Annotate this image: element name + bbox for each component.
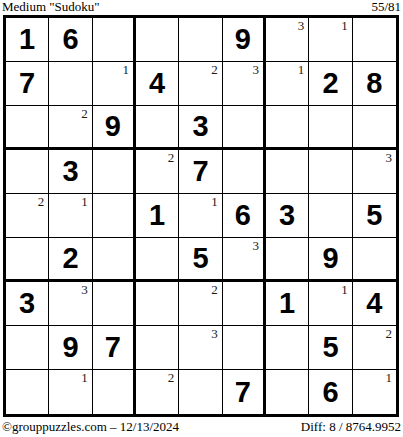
- cell-r8c8: 5: [309, 326, 352, 370]
- cell-r6c2: 2: [49, 238, 92, 282]
- copyright-text: ©grouppuzzles.com – 12/13/2024: [2, 420, 179, 434]
- cell-r4c5: 7: [179, 150, 222, 194]
- sudoku-board: 1693171423128293327321116352539332114973…: [3, 15, 399, 417]
- given-digit: 2: [322, 69, 338, 98]
- cell-r3c8: [309, 106, 352, 150]
- cell-r8c2: 9: [49, 326, 92, 370]
- given-digit: 3: [192, 112, 208, 141]
- cell-r1c9: [353, 18, 396, 62]
- cell-r4c1: [6, 150, 49, 194]
- given-digit: 5: [192, 244, 208, 273]
- cell-r8c9: 2: [353, 326, 396, 370]
- footer: ©grouppuzzles.com – 12/13/2024 Diff: 8 /…: [0, 417, 403, 434]
- corner-mark: 3: [252, 63, 259, 76]
- cell-r1c4: [136, 18, 179, 62]
- given-digit: 7: [192, 157, 208, 186]
- cell-r1c5: [179, 18, 222, 62]
- corner-mark: 3: [211, 327, 218, 340]
- given-digit: 9: [322, 244, 338, 273]
- cell-r2c6: 3: [223, 62, 266, 106]
- corner-mark: 2: [38, 195, 45, 208]
- cell-r4c4: 2: [136, 150, 179, 194]
- given-digit: 9: [105, 112, 121, 141]
- cell-r3c4: [136, 106, 179, 150]
- cell-r3c3: 9: [93, 106, 136, 150]
- cell-r4c2: 3: [49, 150, 92, 194]
- cell-r2c4: 4: [136, 62, 179, 106]
- cell-r9c3: [93, 370, 136, 414]
- cell-r2c8: 2: [309, 62, 352, 106]
- cell-r1c8: 1: [309, 18, 352, 62]
- corner-mark: 2: [211, 283, 218, 296]
- cell-r7c7: 1: [266, 282, 309, 326]
- cell-r4c8: [309, 150, 352, 194]
- cell-r8c1: [6, 326, 49, 370]
- cell-r4c9: 3: [353, 150, 396, 194]
- corner-mark: 2: [168, 151, 175, 164]
- header: Medium "Sudoku" 55/81: [0, 0, 403, 15]
- cell-r6c1: [6, 238, 49, 282]
- cell-r8c6: [223, 326, 266, 370]
- cell-r3c6: [223, 106, 266, 150]
- cell-r5c2: 1: [49, 194, 92, 238]
- cell-r9c9: 1: [353, 370, 396, 414]
- cell-r1c7: 3: [266, 18, 309, 62]
- cell-r6c6: 3: [223, 238, 266, 282]
- cell-r9c5: [179, 370, 222, 414]
- given-digit: 3: [279, 201, 295, 230]
- cell-r9c1: [6, 370, 49, 414]
- corner-mark: 2: [168, 371, 175, 384]
- difficulty-text: Diff: 8 / 8764.9952: [301, 420, 401, 434]
- cell-r1c6: 9: [223, 18, 266, 62]
- empty-cell-counter: 55/81: [371, 0, 401, 14]
- given-digit: 6: [62, 25, 78, 54]
- cell-r8c4: [136, 326, 179, 370]
- given-digit: 4: [149, 69, 165, 98]
- cell-r2c2: [49, 62, 92, 106]
- puzzle-title: Medium "Sudoku": [2, 0, 100, 14]
- cell-r9c7: [266, 370, 309, 414]
- given-digit: 2: [62, 244, 78, 273]
- corner-mark: 1: [341, 19, 348, 32]
- cell-r6c5: 5: [179, 238, 222, 282]
- cell-r5c6: 6: [223, 194, 266, 238]
- given-digit: 7: [105, 333, 121, 362]
- cell-r7c2: 3: [49, 282, 92, 326]
- corner-mark: 1: [122, 63, 129, 76]
- cell-r3c1: [6, 106, 49, 150]
- cell-r2c3: 1: [93, 62, 136, 106]
- cell-r3c9: [353, 106, 396, 150]
- cell-r8c5: 3: [179, 326, 222, 370]
- cell-r3c5: 3: [179, 106, 222, 150]
- cell-r7c8: 1: [309, 282, 352, 326]
- corner-mark: 2: [211, 63, 218, 76]
- given-digit: 1: [279, 289, 295, 318]
- cell-r7c4: [136, 282, 179, 326]
- corner-mark: 2: [385, 327, 392, 340]
- cell-r6c8: 9: [309, 238, 352, 282]
- cell-r3c2: 2: [49, 106, 92, 150]
- given-digit: 6: [235, 201, 251, 230]
- corner-mark: 3: [385, 151, 392, 164]
- corner-mark: 1: [81, 195, 88, 208]
- corner-mark: 3: [81, 283, 88, 296]
- given-digit: 5: [366, 201, 382, 230]
- corner-mark: 1: [298, 63, 305, 76]
- cell-r1c2: 6: [49, 18, 92, 62]
- given-digit: 9: [62, 333, 78, 362]
- given-digit: 3: [19, 289, 35, 318]
- cell-r9c8: 6: [309, 370, 352, 414]
- corner-mark: 3: [252, 239, 259, 252]
- cell-r9c4: 2: [136, 370, 179, 414]
- cell-r9c2: 1: [49, 370, 92, 414]
- corner-mark: 1: [341, 283, 348, 296]
- cell-r6c4: [136, 238, 179, 282]
- cell-r2c1: 7: [6, 62, 49, 106]
- given-digit: 5: [322, 333, 338, 362]
- corner-mark: 1: [385, 371, 392, 384]
- cell-r6c3: [93, 238, 136, 282]
- cell-r4c6: [223, 150, 266, 194]
- cell-r7c1: 3: [6, 282, 49, 326]
- cell-r3c7: [266, 106, 309, 150]
- cell-r5c3: [93, 194, 136, 238]
- cell-r2c9: 8: [353, 62, 396, 106]
- given-digit: 7: [19, 69, 35, 98]
- cell-r9c6: 7: [223, 370, 266, 414]
- given-digit: 7: [235, 378, 251, 407]
- corner-mark: 2: [81, 107, 88, 120]
- corner-mark: 1: [81, 371, 88, 384]
- given-digit: 1: [149, 201, 165, 230]
- cell-r6c7: [266, 238, 309, 282]
- cell-r7c9: 4: [353, 282, 396, 326]
- cell-r5c7: 3: [266, 194, 309, 238]
- given-digit: 8: [366, 69, 382, 98]
- given-digit: 9: [235, 25, 251, 54]
- corner-mark: 3: [298, 19, 305, 32]
- cell-r8c3: 7: [93, 326, 136, 370]
- cell-r5c9: 5: [353, 194, 396, 238]
- cell-r5c4: 1: [136, 194, 179, 238]
- sudoku-page: Medium "Sudoku" 55/81 169317142312829332…: [0, 0, 403, 437]
- cell-r4c7: [266, 150, 309, 194]
- cell-r2c5: 2: [179, 62, 222, 106]
- cell-r1c1: 1: [6, 18, 49, 62]
- cell-r5c8: [309, 194, 352, 238]
- given-digit: 6: [322, 378, 338, 407]
- corner-mark: 1: [211, 195, 218, 208]
- given-digit: 1: [19, 25, 35, 54]
- cell-r6c9: [353, 238, 396, 282]
- cell-r8c7: [266, 326, 309, 370]
- cell-r1c3: [93, 18, 136, 62]
- cell-r5c1: 2: [6, 194, 49, 238]
- cell-r2c7: 1: [266, 62, 309, 106]
- given-digit: 4: [366, 289, 382, 318]
- cell-r5c5: 1: [179, 194, 222, 238]
- cell-r4c3: [93, 150, 136, 194]
- cell-r7c5: 2: [179, 282, 222, 326]
- cell-r7c3: [93, 282, 136, 326]
- given-digit: 3: [62, 157, 78, 186]
- cell-r7c6: [223, 282, 266, 326]
